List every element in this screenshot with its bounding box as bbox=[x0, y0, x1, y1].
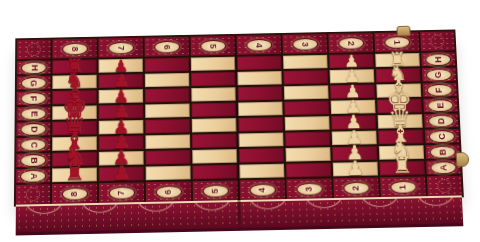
piece-white-rook-h1: ♜ bbox=[388, 49, 406, 68]
coordinate-medallion: 3 bbox=[297, 183, 321, 194]
coordinate-medallion: 3 bbox=[293, 38, 317, 49]
square-g8: ♞ bbox=[52, 75, 96, 89]
piece-white-pawn-h2: ♟ bbox=[344, 53, 360, 69]
square-e5 bbox=[192, 103, 237, 117]
coordinate-medallion: 7 bbox=[109, 187, 133, 198]
square-e3 bbox=[284, 101, 329, 115]
piece-white-pawn-a2: ♟ bbox=[346, 158, 365, 178]
corner-scroll-ornament bbox=[430, 34, 444, 48]
corner-scroll-ornament bbox=[437, 179, 452, 193]
square-d8: ♛ bbox=[52, 121, 97, 135]
coordinate-medallion: E bbox=[22, 108, 46, 119]
coordinate-label: A bbox=[439, 164, 448, 171]
square-f7: ♟ bbox=[99, 89, 143, 103]
square-h2: ♟ bbox=[329, 54, 374, 68]
coordinate-medallion: A bbox=[431, 162, 455, 173]
square-e1: ♚ bbox=[377, 99, 422, 113]
square-g6 bbox=[145, 73, 189, 87]
square-e4 bbox=[238, 102, 283, 116]
square-d5 bbox=[192, 118, 237, 132]
coordinate-label: 6 bbox=[164, 189, 173, 194]
frame-coord-left-B: B bbox=[16, 153, 50, 167]
coordinate-medallion: C bbox=[21, 139, 45, 150]
square-c3 bbox=[285, 132, 330, 147]
coordinate-medallion: 2 bbox=[339, 38, 363, 49]
square-g7: ♟ bbox=[99, 74, 143, 88]
square-c4 bbox=[239, 133, 284, 148]
coordinate-medallion: A bbox=[21, 170, 45, 181]
frame-coord-right-C: C bbox=[425, 129, 459, 143]
piece-red-pawn-e7: ♟ bbox=[113, 103, 129, 121]
square-c5 bbox=[192, 133, 237, 148]
coordinate-label: H bbox=[434, 56, 443, 62]
square-b6 bbox=[146, 150, 191, 165]
frame-corner-top-right bbox=[420, 31, 454, 51]
frame-coord-left-G: G bbox=[17, 76, 51, 90]
coordinate-medallion: H bbox=[426, 54, 450, 65]
coordinate-label: F bbox=[435, 87, 444, 92]
coordinate-medallion: 6 bbox=[155, 41, 179, 52]
square-g2: ♟ bbox=[330, 69, 375, 83]
square-b8: ♞ bbox=[52, 152, 97, 167]
square-d7: ♟ bbox=[99, 120, 144, 134]
coordinate-medallion: 2 bbox=[344, 182, 368, 193]
piece-red-pawn-g7: ♟ bbox=[113, 72, 129, 90]
piece-red-pawn-a7: ♟ bbox=[112, 163, 130, 183]
square-h4 bbox=[237, 56, 281, 70]
coordinate-medallion: 5 bbox=[201, 40, 225, 51]
coordinate-label: E bbox=[29, 110, 38, 116]
coordinate-label: C bbox=[437, 133, 446, 139]
frame-coord-right-E: E bbox=[423, 98, 457, 112]
piece-red-pawn-b7: ♟ bbox=[112, 147, 130, 167]
frame-coord-bottom-2: 2 bbox=[333, 177, 379, 198]
frame-coord-right-H: H bbox=[421, 52, 455, 66]
frame-coord-left-D: D bbox=[16, 122, 50, 136]
square-c1: ♝ bbox=[378, 130, 423, 145]
coordinate-medallion: B bbox=[21, 154, 45, 165]
square-e7: ♟ bbox=[99, 104, 144, 118]
square-g1: ♞ bbox=[376, 68, 421, 82]
frame-coord-top-2: 2 bbox=[328, 33, 373, 53]
square-b4 bbox=[239, 148, 284, 163]
coordinate-medallion: G bbox=[22, 77, 46, 88]
coordinate-label: D bbox=[29, 126, 38, 132]
coordinate-medallion: H bbox=[22, 62, 46, 73]
coordinate-label: 7 bbox=[117, 190, 126, 195]
square-a4 bbox=[239, 164, 284, 179]
square-d6 bbox=[145, 119, 190, 133]
coordinate-label: H bbox=[29, 64, 38, 70]
square-e8: ♚ bbox=[52, 105, 97, 119]
frame-coord-top-3: 3 bbox=[282, 34, 327, 54]
square-a3 bbox=[286, 163, 331, 178]
frame-coord-bottom-8: 8 bbox=[52, 183, 97, 204]
frame-coord-top-5: 5 bbox=[191, 36, 235, 56]
square-f2: ♟ bbox=[330, 84, 375, 98]
square-h5 bbox=[191, 57, 235, 71]
square-c6 bbox=[145, 134, 190, 149]
piece-red-pawn-c7: ♟ bbox=[113, 133, 130, 152]
frame-corner-bottom-right bbox=[427, 176, 462, 196]
piece-red-pawn-f7: ♟ bbox=[113, 87, 129, 105]
square-e6 bbox=[145, 104, 190, 118]
coordinate-medallion: 6 bbox=[156, 186, 180, 197]
frame-coord-bottom-3: 3 bbox=[286, 178, 332, 199]
coordinate-label: B bbox=[29, 157, 38, 164]
square-g3 bbox=[283, 70, 328, 84]
square-b5 bbox=[192, 149, 237, 164]
frame-coord-bottom-1: 1 bbox=[380, 176, 426, 197]
coordinate-label: 6 bbox=[162, 44, 171, 49]
brass-clasp-icon bbox=[456, 152, 470, 167]
square-a6 bbox=[146, 166, 191, 181]
square-c8: ♝ bbox=[52, 136, 97, 151]
square-a5 bbox=[192, 165, 237, 180]
frame-corner-bottom-left bbox=[16, 184, 50, 204]
coordinate-label: D bbox=[437, 117, 446, 123]
square-h6 bbox=[145, 58, 189, 72]
piece-red-rook-h8: ♜ bbox=[66, 56, 84, 75]
square-c2: ♟ bbox=[332, 131, 377, 146]
square-f8: ♝ bbox=[52, 90, 96, 104]
coordinate-label: 2 bbox=[346, 40, 355, 45]
square-d4 bbox=[238, 117, 283, 131]
coordinate-medallion: E bbox=[428, 100, 452, 111]
coordinate-label: 4 bbox=[254, 42, 263, 47]
coordinate-label: E bbox=[436, 102, 445, 108]
coordinate-medallion: 4 bbox=[247, 39, 271, 50]
square-a7: ♟ bbox=[99, 167, 144, 182]
square-f4 bbox=[238, 86, 283, 100]
square-h1: ♜ bbox=[375, 53, 420, 67]
coordinate-label: 1 bbox=[392, 40, 401, 45]
chess-set-photo: 87654321H♜♟♟♜HG♞♟♟♞GF♝♟♟♝FE♚♟♟♚ED♛♟♟♛DC♝… bbox=[0, 0, 480, 242]
square-h8: ♜ bbox=[52, 59, 96, 73]
frame-coord-left-E: E bbox=[17, 106, 51, 120]
frame-coord-bottom-6: 6 bbox=[146, 181, 191, 202]
coordinate-medallion: F bbox=[22, 93, 46, 104]
coordinate-label: 8 bbox=[70, 191, 79, 196]
square-b7: ♟ bbox=[99, 151, 144, 166]
coordinate-medallion: 1 bbox=[391, 181, 415, 192]
coordinate-label: F bbox=[29, 95, 38, 100]
frame-coord-left-H: H bbox=[17, 60, 50, 74]
square-a8: ♜ bbox=[52, 168, 97, 183]
piece-white-pawn-e2: ♟ bbox=[345, 98, 362, 116]
coordinate-medallion: C bbox=[430, 130, 454, 141]
coordinate-label: 8 bbox=[70, 46, 79, 51]
coordinate-medallion: G bbox=[427, 69, 451, 80]
square-d1: ♛ bbox=[378, 114, 423, 128]
frame-coord-right-G: G bbox=[422, 67, 456, 81]
coordinate-medallion: 1 bbox=[385, 37, 409, 48]
coordinate-medallion: 5 bbox=[203, 185, 227, 196]
chess-board-box: 87654321H♜♟♟♜HG♞♟♟♞GF♝♟♟♝FE♚♟♟♚ED♛♟♟♛DC♝… bbox=[16, 31, 464, 235]
coordinate-medallion: F bbox=[428, 84, 452, 95]
square-f1: ♝ bbox=[376, 83, 421, 97]
coordinate-label: 3 bbox=[305, 186, 314, 191]
coordinate-label: B bbox=[438, 148, 447, 155]
coordinate-label: 3 bbox=[300, 41, 309, 46]
square-g4 bbox=[237, 71, 282, 85]
piece-white-pawn-g2: ♟ bbox=[344, 67, 360, 85]
frame-coord-left-C: C bbox=[16, 137, 50, 151]
square-d3 bbox=[285, 116, 330, 130]
coordinate-label: 5 bbox=[208, 43, 217, 48]
square-a1: ♜ bbox=[379, 161, 424, 176]
coordinate-medallion: 8 bbox=[63, 43, 87, 54]
frame-coord-top-6: 6 bbox=[145, 37, 189, 57]
coordinate-medallion: D bbox=[429, 115, 453, 126]
coordinate-medallion: 7 bbox=[109, 42, 133, 53]
frame-coord-top-4: 4 bbox=[236, 35, 281, 55]
coordinate-label: C bbox=[29, 141, 38, 148]
coordinate-medallion: D bbox=[21, 123, 45, 134]
coordinate-medallion: 8 bbox=[62, 188, 86, 199]
square-g5 bbox=[191, 72, 236, 86]
coordinate-medallion: 4 bbox=[250, 184, 274, 195]
frame-coord-bottom-5: 5 bbox=[193, 180, 238, 201]
piece-white-pawn-b2: ♟ bbox=[345, 143, 364, 163]
square-b1: ♞ bbox=[379, 145, 424, 160]
frame-coord-bottom-4: 4 bbox=[240, 179, 285, 200]
coordinate-label: 4 bbox=[258, 187, 267, 192]
brass-hinge-icon bbox=[397, 26, 411, 37]
square-h7: ♟ bbox=[99, 59, 143, 73]
coordinate-medallion: B bbox=[430, 146, 454, 157]
corner-scroll-ornament bbox=[26, 187, 40, 201]
piece-white-pawn-c2: ♟ bbox=[345, 128, 363, 147]
coordinate-label: G bbox=[29, 79, 38, 86]
square-f6 bbox=[145, 88, 190, 102]
frame-corner-top-left bbox=[17, 40, 50, 60]
coordinate-label: 2 bbox=[351, 185, 360, 190]
corner-scroll-ornament bbox=[27, 43, 41, 57]
frame-coord-top-8: 8 bbox=[52, 39, 96, 59]
piece-white-pawn-f2: ♟ bbox=[344, 83, 361, 101]
coordinate-label: G bbox=[434, 71, 443, 78]
piece-white-pawn-d2: ♟ bbox=[345, 113, 363, 132]
frame-coord-right-D: D bbox=[424, 113, 458, 127]
square-a2: ♟ bbox=[333, 162, 378, 177]
coordinate-label: 5 bbox=[211, 188, 220, 193]
square-f5 bbox=[191, 87, 236, 101]
coordinate-label: 7 bbox=[116, 45, 125, 50]
piece-red-pawn-h7: ♟ bbox=[113, 58, 128, 74]
square-b2: ♟ bbox=[332, 146, 377, 161]
frame-coord-right-F: F bbox=[423, 83, 457, 97]
frame-coord-left-A: A bbox=[16, 169, 50, 183]
piece-red-pawn-d7: ♟ bbox=[113, 117, 130, 136]
square-c7: ♟ bbox=[99, 135, 144, 150]
square-d2: ♟ bbox=[331, 115, 376, 129]
square-h3 bbox=[283, 55, 328, 69]
frame-coord-right-B: B bbox=[425, 144, 459, 158]
frame-coord-left-F: F bbox=[17, 91, 51, 105]
square-e2: ♟ bbox=[331, 100, 376, 114]
coordinate-label: A bbox=[29, 172, 38, 179]
coordinate-label: 1 bbox=[398, 184, 407, 189]
frame-coord-top-7: 7 bbox=[99, 38, 143, 58]
square-b3 bbox=[286, 147, 331, 162]
square-f3 bbox=[284, 85, 329, 99]
frame-coord-bottom-7: 7 bbox=[99, 182, 144, 203]
